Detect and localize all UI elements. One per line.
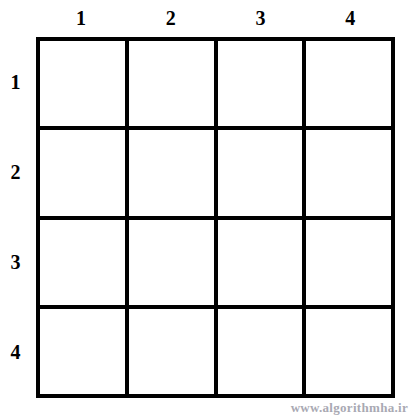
cell-r2c1 (38, 128, 127, 217)
cell-r3c2 (127, 218, 216, 307)
cell-r1c2 (127, 39, 216, 128)
column-labels: 1 2 3 4 (36, 0, 395, 37)
cell-r4c2 (127, 307, 216, 396)
cell-r1c1 (38, 39, 127, 128)
row-label-3: 3 (0, 218, 36, 308)
row-label-2: 2 (0, 127, 36, 217)
cell-r3c1 (38, 218, 127, 307)
column-label-3: 3 (216, 0, 306, 37)
cell-r1c3 (216, 39, 305, 128)
cell-r2c2 (127, 128, 216, 217)
row-label-4: 4 (0, 308, 36, 398)
grid-diagram: 1 2 3 4 1 2 3 4 www.algorithmha.ir (0, 0, 410, 420)
grid-board (36, 37, 395, 398)
cell-r1c4 (304, 39, 393, 128)
cell-r3c3 (216, 218, 305, 307)
cell-r4c4 (304, 307, 393, 396)
cell-r2c4 (304, 128, 393, 217)
column-label-4: 4 (305, 0, 395, 37)
cell-r4c1 (38, 307, 127, 396)
row-labels: 1 2 3 4 (0, 37, 36, 398)
cell-r2c3 (216, 128, 305, 217)
row-label-1: 1 (0, 37, 36, 127)
cell-r4c3 (216, 307, 305, 396)
column-label-1: 1 (36, 0, 126, 37)
cell-r3c4 (304, 218, 393, 307)
watermark: www.algorithmha.ir (291, 400, 408, 416)
column-label-2: 2 (126, 0, 216, 37)
